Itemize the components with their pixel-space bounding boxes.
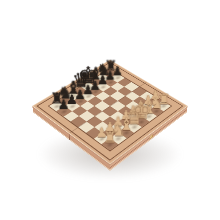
chess-set-photo: ♜♞♝♛♚♝♞♜♟♟♟♟♟♟♟♟♟♟♟♟♟♟♟♟♜♞♝♛♚♝♞♜ — [0, 0, 220, 220]
white-rook-icon: ♜ — [103, 129, 117, 144]
board-grid: ♜♞♝♛♚♝♞♜♟♟♟♟♟♟♟♟♟♟♟♟♟♟♟♟♜♞♝♛♚♝♞♜ — [48, 68, 172, 151]
black-pawn-icon: ♟ — [58, 98, 70, 111]
board-frame: ♜♞♝♛♚♝♞♜♟♟♟♟♟♟♟♟♟♟♟♟♟♟♟♟♜♞♝♛♚♝♞♜ — [32, 60, 188, 165]
chess-board: ♜♞♝♛♚♝♞♜♟♟♟♟♟♟♟♟♟♟♟♟♟♟♟♟♜♞♝♛♚♝♞♜ — [32, 60, 188, 165]
chess-scene: ♜♞♝♛♚♝♞♜♟♟♟♟♟♟♟♟♟♟♟♟♟♟♟♟♜♞♝♛♚♝♞♜ — [0, 0, 220, 220]
brass-clasp-icon — [149, 134, 153, 140]
square: ♜ — [102, 138, 119, 150]
